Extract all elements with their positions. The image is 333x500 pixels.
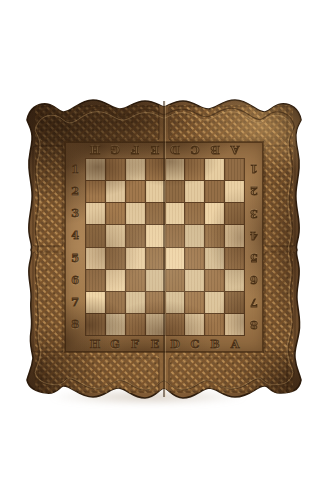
photo-background: HGFEDCBA HGFEDCBA 12345678 12345678: [0, 0, 333, 500]
file-label-top-h: H: [85, 142, 105, 158]
square-b2[interactable]: [205, 181, 224, 202]
square-f5[interactable]: [126, 248, 145, 269]
square-a3[interactable]: [225, 203, 244, 224]
square-h5[interactable]: [86, 248, 105, 269]
square-c8[interactable]: [185, 314, 204, 335]
square-a4[interactable]: [225, 225, 244, 246]
square-h7[interactable]: [86, 292, 105, 313]
square-f6[interactable]: [126, 270, 145, 291]
square-h6[interactable]: [86, 270, 105, 291]
square-a1[interactable]: [225, 159, 244, 180]
square-b1[interactable]: [205, 159, 224, 180]
rank-label-left-5: 5: [65, 247, 85, 269]
square-g1[interactable]: [106, 159, 125, 180]
square-h3[interactable]: [86, 203, 105, 224]
square-d4[interactable]: [166, 225, 185, 246]
square-e2[interactable]: [146, 181, 165, 202]
square-g2[interactable]: [106, 181, 125, 202]
square-e8[interactable]: [146, 314, 165, 335]
board-frame: HGFEDCBA HGFEDCBA 12345678 12345678: [65, 142, 263, 352]
square-g3[interactable]: [106, 203, 125, 224]
square-h2[interactable]: [86, 181, 105, 202]
file-label-top-d: D: [165, 142, 185, 158]
square-d7[interactable]: [166, 292, 185, 313]
square-h8[interactable]: [86, 314, 105, 335]
square-h1[interactable]: [86, 159, 105, 180]
square-a8[interactable]: [225, 314, 244, 335]
rank-label-left-4: 4: [65, 225, 85, 247]
rank-labels-left: 12345678: [65, 158, 85, 336]
file-label-top-e: E: [145, 142, 165, 158]
file-label-bottom-h: H: [85, 336, 105, 352]
rank-label-right-8: 8: [245, 314, 263, 336]
square-a7[interactable]: [225, 292, 244, 313]
rank-label-right-5: 5: [245, 247, 263, 269]
file-labels-bottom: HGFEDCBA: [85, 336, 245, 352]
square-e1[interactable]: [146, 159, 165, 180]
square-b3[interactable]: [205, 203, 224, 224]
file-label-bottom-e: E: [145, 336, 165, 352]
rank-label-right-7: 7: [245, 292, 263, 314]
square-a6[interactable]: [225, 270, 244, 291]
rank-labels-right: 12345678: [245, 158, 263, 336]
square-b7[interactable]: [205, 292, 224, 313]
file-label-bottom-c: C: [185, 336, 205, 352]
square-g4[interactable]: [106, 225, 125, 246]
rank-label-left-6: 6: [65, 269, 85, 291]
rank-label-right-1: 1: [245, 158, 263, 180]
file-label-bottom-f: F: [125, 336, 145, 352]
square-f8[interactable]: [126, 314, 145, 335]
square-e4[interactable]: [146, 225, 165, 246]
square-g7[interactable]: [106, 292, 125, 313]
square-e3[interactable]: [146, 203, 165, 224]
file-label-bottom-a: A: [225, 336, 245, 352]
board-grid: [85, 158, 245, 336]
rank-label-left-7: 7: [65, 292, 85, 314]
square-h4[interactable]: [86, 225, 105, 246]
file-label-top-a: A: [225, 142, 245, 158]
square-c6[interactable]: [185, 270, 204, 291]
square-f1[interactable]: [126, 159, 145, 180]
square-e7[interactable]: [146, 292, 165, 313]
rank-label-left-2: 2: [65, 180, 85, 202]
file-label-top-c: C: [185, 142, 205, 158]
square-e6[interactable]: [146, 270, 165, 291]
rank-label-right-6: 6: [245, 269, 263, 291]
square-e5[interactable]: [146, 248, 165, 269]
square-c1[interactable]: [185, 159, 204, 180]
square-d1[interactable]: [166, 159, 185, 180]
file-label-top-g: G: [105, 142, 125, 158]
rank-label-right-2: 2: [245, 180, 263, 202]
square-c2[interactable]: [185, 181, 204, 202]
square-c4[interactable]: [185, 225, 204, 246]
square-b6[interactable]: [205, 270, 224, 291]
rank-label-right-3: 3: [245, 203, 263, 225]
file-label-bottom-b: B: [205, 336, 225, 352]
square-f2[interactable]: [126, 181, 145, 202]
square-c3[interactable]: [185, 203, 204, 224]
rank-label-left-1: 1: [65, 158, 85, 180]
square-d2[interactable]: [166, 181, 185, 202]
square-d3[interactable]: [166, 203, 185, 224]
square-g6[interactable]: [106, 270, 125, 291]
square-g5[interactable]: [106, 248, 125, 269]
square-d6[interactable]: [166, 270, 185, 291]
file-label-top-b: B: [205, 142, 225, 158]
square-g8[interactable]: [106, 314, 125, 335]
square-c7[interactable]: [185, 292, 204, 313]
file-label-bottom-g: G: [105, 336, 125, 352]
file-label-bottom-d: D: [165, 336, 185, 352]
square-f7[interactable]: [126, 292, 145, 313]
rank-label-left-8: 8: [65, 314, 85, 336]
square-d5[interactable]: [166, 248, 185, 269]
file-label-top-f: F: [125, 142, 145, 158]
square-b5[interactable]: [205, 248, 224, 269]
file-labels-top: HGFEDCBA: [85, 142, 245, 158]
square-b4[interactable]: [205, 225, 224, 246]
square-b8[interactable]: [205, 314, 224, 335]
square-a5[interactable]: [225, 248, 244, 269]
chess-board: HGFEDCBA HGFEDCBA 12345678 12345678: [23, 96, 305, 402]
square-f3[interactable]: [126, 203, 145, 224]
square-c5[interactable]: [185, 248, 204, 269]
square-f4[interactable]: [126, 225, 145, 246]
square-d8[interactable]: [166, 314, 185, 335]
rank-label-right-4: 4: [245, 225, 263, 247]
square-a2[interactable]: [225, 181, 244, 202]
rank-label-left-3: 3: [65, 203, 85, 225]
